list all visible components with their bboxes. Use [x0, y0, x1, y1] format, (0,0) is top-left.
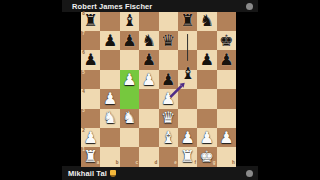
- chess-board: 8♜♝♜♞7♟♟♞♛♚6♟♟♟♟5♟♟♟♝4♟♟3♞♞♛2♟♝♟♟♟1a♜bcd…: [81, 12, 236, 167]
- player-avatar-bottom: [246, 170, 253, 177]
- piece-white-bishop: ♝: [161, 130, 175, 146]
- square-f3[interactable]: [178, 109, 197, 128]
- square-a7[interactable]: 7: [81, 31, 100, 50]
- piece-white-pawn: ♟: [142, 72, 156, 88]
- square-f4[interactable]: [178, 89, 197, 108]
- file-label-d: d: [155, 161, 158, 166]
- square-g4[interactable]: [197, 89, 216, 108]
- piece-black-queen: ♛: [161, 33, 175, 49]
- rank-label-1: 1: [82, 148, 85, 153]
- square-d7[interactable]: ♞: [139, 31, 158, 50]
- piece-black-knight: ♞: [200, 13, 214, 29]
- file-label-e: e: [174, 161, 177, 166]
- square-c8[interactable]: ♝: [120, 12, 139, 31]
- square-c2[interactable]: [120, 128, 139, 147]
- square-d4[interactable]: [139, 89, 158, 108]
- square-c4[interactable]: [120, 89, 139, 108]
- square-h1[interactable]: h: [217, 147, 236, 166]
- square-b6[interactable]: [100, 50, 119, 69]
- square-b8[interactable]: [100, 12, 119, 31]
- piece-black-pawn: ♟: [103, 33, 117, 49]
- piece-white-pawn: ♟: [122, 72, 136, 88]
- square-h8[interactable]: [217, 12, 236, 31]
- square-g3[interactable]: [197, 109, 216, 128]
- square-c5[interactable]: ♟: [120, 70, 139, 89]
- trophy-icon: [110, 170, 116, 177]
- square-d3[interactable]: [139, 109, 158, 128]
- piece-white-pawn: ♟: [161, 91, 175, 107]
- rank-label-6: 6: [82, 51, 85, 56]
- square-h5[interactable]: [217, 70, 236, 89]
- square-e7[interactable]: ♛: [159, 31, 178, 50]
- square-e1[interactable]: e: [159, 147, 178, 166]
- square-f6[interactable]: [178, 50, 197, 69]
- square-h3[interactable]: [217, 109, 236, 128]
- square-g6[interactable]: ♟: [197, 50, 216, 69]
- piece-black-rook: ♜: [180, 13, 194, 29]
- piece-white-pawn: ♟: [180, 130, 194, 146]
- piece-black-rook: ♜: [84, 13, 98, 29]
- square-a5[interactable]: 5: [81, 70, 100, 89]
- piece-black-knight: ♞: [142, 33, 156, 49]
- square-a1[interactable]: 1a♜: [81, 147, 100, 166]
- square-b1[interactable]: b: [100, 147, 119, 166]
- piece-white-pawn: ♟: [219, 130, 233, 146]
- piece-black-king: ♚: [219, 33, 233, 49]
- square-b4[interactable]: ♟: [100, 89, 119, 108]
- piece-black-pawn: ♟: [219, 52, 233, 68]
- square-b2[interactable]: [100, 128, 119, 147]
- piece-white-knight: ♞: [103, 110, 117, 126]
- square-c3[interactable]: ♞: [120, 109, 139, 128]
- piece-black-bishop: ♝: [122, 13, 136, 29]
- piece-white-queen: ♛: [161, 110, 175, 126]
- file-label-c: c: [135, 161, 138, 166]
- square-g2[interactable]: ♟: [197, 128, 216, 147]
- piece-white-rook: ♜: [180, 149, 194, 165]
- square-c6[interactable]: [120, 50, 139, 69]
- rank-label-8: 8: [82, 12, 85, 17]
- square-e3[interactable]: ♛: [159, 109, 178, 128]
- video-frame: Robert James Fischer Mikhail Tal 8♜♝♜♞7♟…: [0, 0, 320, 180]
- piece-white-pawn: ♟: [103, 91, 117, 107]
- rank-label-2: 2: [82, 129, 85, 134]
- player-name-bottom: Mikhail Tal: [68, 169, 116, 178]
- square-f8[interactable]: ♜: [178, 12, 197, 31]
- piece-black-pawn: ♟: [200, 52, 214, 68]
- file-label-f: f: [195, 161, 197, 166]
- square-a3[interactable]: 3: [81, 109, 100, 128]
- square-e2[interactable]: ♝: [159, 128, 178, 147]
- square-a8[interactable]: 8♜: [81, 12, 100, 31]
- rank-label-3: 3: [82, 109, 85, 114]
- square-d6[interactable]: ♟: [139, 50, 158, 69]
- piece-white-pawn: ♟: [84, 130, 98, 146]
- player-name-top-label: Robert James Fischer: [72, 2, 152, 11]
- square-e6[interactable]: [159, 50, 178, 69]
- square-a2[interactable]: 2♟: [81, 128, 100, 147]
- square-f2[interactable]: ♟: [178, 128, 197, 147]
- rank-label-7: 7: [82, 32, 85, 37]
- piece-white-pawn: ♟: [200, 130, 214, 146]
- square-b7[interactable]: ♟: [100, 31, 119, 50]
- player-name-top: Robert James Fischer: [72, 2, 152, 11]
- square-g5[interactable]: [197, 70, 216, 89]
- rank-label-5: 5: [82, 71, 85, 76]
- piece-black-pawn: ♟: [161, 72, 175, 88]
- square-c1[interactable]: c: [120, 147, 139, 166]
- square-h2[interactable]: ♟: [217, 128, 236, 147]
- square-e5[interactable]: ♟: [159, 70, 178, 89]
- square-g7[interactable]: [197, 31, 216, 50]
- square-a4[interactable]: 4: [81, 89, 100, 108]
- file-label-h: h: [232, 161, 235, 166]
- square-h4[interactable]: [217, 89, 236, 108]
- square-h7[interactable]: ♚: [217, 31, 236, 50]
- square-g8[interactable]: ♞: [197, 12, 216, 31]
- piece-black-pawn: ♟: [122, 33, 136, 49]
- square-c7[interactable]: ♟: [120, 31, 139, 50]
- square-f7[interactable]: [178, 31, 197, 50]
- square-d5[interactable]: ♟: [139, 70, 158, 89]
- square-b3[interactable]: ♞: [100, 109, 119, 128]
- square-b5[interactable]: [100, 70, 119, 89]
- square-d2[interactable]: [139, 128, 158, 147]
- piece-black-pawn: ♟: [142, 52, 156, 68]
- square-d1[interactable]: d: [139, 147, 158, 166]
- square-f1[interactable]: f♜: [178, 147, 197, 166]
- piece-white-knight: ♞: [122, 110, 136, 126]
- player-avatar-top: [246, 3, 253, 10]
- rank-label-4: 4: [82, 90, 85, 95]
- square-e8[interactable]: [159, 12, 178, 31]
- square-g1[interactable]: g♚: [197, 147, 216, 166]
- square-a6[interactable]: 6♟: [81, 50, 100, 69]
- file-label-g: g: [213, 161, 216, 166]
- square-e4[interactable]: ♟: [159, 89, 178, 108]
- square-d8[interactable]: [139, 12, 158, 31]
- file-label-b: b: [116, 161, 119, 166]
- piece-black-pawn: ♟: [84, 52, 98, 68]
- square-f5[interactable]: ♝: [178, 70, 197, 89]
- square-h6[interactable]: ♟: [217, 50, 236, 69]
- file-label-a: a: [97, 161, 100, 166]
- player-name-bottom-label: Mikhail Tal: [68, 169, 107, 178]
